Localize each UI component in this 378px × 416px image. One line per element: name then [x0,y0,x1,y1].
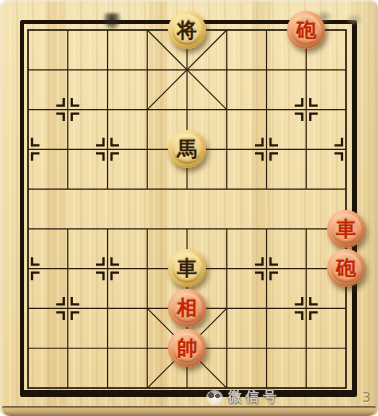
intersection-2-4[interactable] [88,169,128,209]
intersection-8-7[interactable] [326,288,366,328]
piece-red-chariot[interactable]: 車 [327,210,365,248]
intersection-5-0[interactable] [207,10,247,50]
intersection-1-6[interactable] [48,249,88,289]
intersection-8-3[interactable] [326,129,366,169]
intersection-6-7[interactable] [247,288,287,328]
intersection-1-9[interactable] [48,368,88,408]
piece-character: 将 [177,20,197,40]
intersection-3-6[interactable] [127,249,167,289]
intersection-2-3[interactable] [88,129,128,169]
piece-red-general[interactable]: 帥 [168,329,206,367]
intersection-0-2[interactable] [8,90,48,130]
intersection-0-9[interactable] [8,368,48,408]
piece-character: 車 [336,219,356,239]
intersection-6-1[interactable] [247,50,287,90]
intersection-6-5[interactable] [247,209,287,249]
intersection-3-2[interactable] [127,90,167,130]
intersection-4-5[interactable] [167,209,207,249]
intersection-2-0[interactable] [88,10,128,50]
piece-character: 相 [177,298,197,318]
intersection-4-2[interactable] [167,90,207,130]
wechat-logo-icon [206,390,223,405]
intersection-8-0[interactable] [326,10,366,50]
intersection-2-1[interactable] [88,50,128,90]
intersection-2-7[interactable] [88,288,128,328]
intersection-5-2[interactable] [207,90,247,130]
intersection-8-2[interactable] [326,90,366,130]
intersection-6-6[interactable] [247,249,287,289]
intersection-0-7[interactable] [8,288,48,328]
intersection-4-0[interactable]: 将 [167,10,207,50]
intersection-1-2[interactable] [48,90,88,130]
watermark: 微信号 [206,388,281,406]
intersection-0-6[interactable] [8,249,48,289]
watermark-text: 微信号 [228,388,281,406]
intersection-1-7[interactable] [48,288,88,328]
intersection-2-6[interactable] [88,249,128,289]
intersection-4-1[interactable] [167,50,207,90]
intersection-7-7[interactable] [286,288,326,328]
intersection-7-5[interactable] [286,209,326,249]
intersection-2-8[interactable] [88,328,128,368]
board-grid: 将砲馬車車砲相帥 [8,10,366,408]
intersection-5-4[interactable] [207,169,247,209]
piece-red-elephant[interactable]: 相 [168,289,206,327]
intersection-4-9[interactable] [167,368,207,408]
intersection-7-6[interactable] [286,249,326,289]
intersection-3-8[interactable] [127,328,167,368]
intersection-5-8[interactable] [207,328,247,368]
intersection-3-0[interactable] [127,10,167,50]
intersection-4-7[interactable]: 相 [167,288,207,328]
intersection-7-2[interactable] [286,90,326,130]
intersection-5-5[interactable] [207,209,247,249]
intersection-8-9[interactable] [326,368,366,408]
piece-red-cannon-b[interactable]: 砲 [327,249,365,287]
piece-red-cannon-a[interactable]: 砲 [287,11,325,49]
intersection-3-1[interactable] [127,50,167,90]
intersection-0-5[interactable] [8,209,48,249]
intersection-0-8[interactable] [8,328,48,368]
intersection-3-7[interactable] [127,288,167,328]
intersection-7-0[interactable]: 砲 [286,10,326,50]
intersection-7-8[interactable] [286,328,326,368]
intersection-1-0[interactable] [48,10,88,50]
piece-black-horse[interactable]: 馬 [168,130,206,168]
intersection-7-9[interactable] [286,368,326,408]
intersection-5-6[interactable] [207,249,247,289]
intersection-6-3[interactable] [247,129,287,169]
intersection-1-1[interactable] [48,50,88,90]
intersection-0-1[interactable] [8,50,48,90]
intersection-1-8[interactable] [48,328,88,368]
intersection-8-1[interactable] [326,50,366,90]
intersection-5-7[interactable] [207,288,247,328]
intersection-3-5[interactable] [127,209,167,249]
piece-black-general[interactable]: 将 [168,11,206,49]
intersection-6-4[interactable] [247,169,287,209]
intersection-0-4[interactable] [8,169,48,209]
intersection-1-5[interactable] [48,209,88,249]
intersection-5-3[interactable] [207,129,247,169]
intersection-6-8[interactable] [247,328,287,368]
intersection-4-4[interactable] [167,169,207,209]
intersection-4-3[interactable]: 馬 [167,129,207,169]
intersection-2-9[interactable] [88,368,128,408]
intersection-6-2[interactable] [247,90,287,130]
intersection-7-3[interactable] [286,129,326,169]
page-number: 3 [362,389,371,405]
intersection-8-8[interactable] [326,328,366,368]
xiangqi-board: 将砲馬車車砲相帥 微信号 3 [0,0,378,416]
intersection-3-3[interactable] [127,129,167,169]
intersection-8-4[interactable] [326,169,366,209]
intersection-4-6[interactable]: 車 [167,249,207,289]
intersection-8-6[interactable]: 砲 [326,249,366,289]
piece-character: 砲 [296,20,316,40]
intersection-6-0[interactable] [247,10,287,50]
intersection-7-1[interactable] [286,50,326,90]
intersection-0-3[interactable] [8,129,48,169]
intersection-3-9[interactable] [127,368,167,408]
intersection-7-4[interactable] [286,169,326,209]
piece-character: 車 [177,258,197,278]
intersection-1-4[interactable] [48,169,88,209]
intersection-8-5[interactable]: 車 [326,209,366,249]
piece-character: 砲 [336,258,356,278]
intersection-2-5[interactable] [88,209,128,249]
piece-character: 帥 [177,338,197,358]
intersection-5-1[interactable] [207,50,247,90]
intersection-4-8[interactable]: 帥 [167,328,207,368]
intersection-1-3[interactable] [48,129,88,169]
board-bottom-edge [2,406,376,416]
piece-character: 馬 [177,139,197,159]
piece-black-chariot[interactable]: 車 [168,249,206,287]
intersection-0-0[interactable] [8,10,48,50]
intersection-2-2[interactable] [88,90,128,130]
intersection-3-4[interactable] [127,169,167,209]
